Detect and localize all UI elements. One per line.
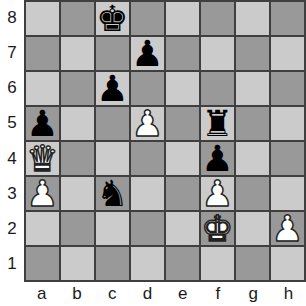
file-label-a: a [24, 281, 59, 306]
square-e8[interactable] [166, 2, 199, 35]
square-g4[interactable] [236, 142, 269, 175]
white-king[interactable]: ♚ [201, 212, 233, 245]
square-a2[interactable] [26, 212, 59, 245]
square-e7[interactable] [166, 37, 199, 70]
square-d1[interactable] [131, 247, 164, 280]
square-f7[interactable] [201, 37, 234, 70]
square-c4[interactable] [96, 142, 129, 175]
square-e2[interactable] [166, 212, 199, 245]
square-f3[interactable]: ♟ [201, 177, 234, 210]
square-b7[interactable] [61, 37, 94, 70]
square-h3[interactable] [271, 177, 304, 210]
chess-board: ♚♟♟♟♟♜♛♟♟♞♟♚♟ [24, 0, 306, 282]
square-d3[interactable] [131, 177, 164, 210]
square-h8[interactable] [271, 2, 304, 35]
square-e5[interactable] [166, 107, 199, 140]
square-b8[interactable] [61, 2, 94, 35]
file-label-b: b [59, 281, 94, 306]
square-d5[interactable]: ♟ [131, 107, 164, 140]
square-d2[interactable] [131, 212, 164, 245]
square-h6[interactable] [271, 72, 304, 105]
square-c3[interactable]: ♞ [96, 177, 129, 210]
square-a8[interactable] [26, 2, 59, 35]
square-f6[interactable] [201, 72, 234, 105]
square-g1[interactable] [236, 247, 269, 280]
square-a4[interactable]: ♛ [26, 142, 59, 175]
black-knight[interactable]: ♞ [96, 177, 128, 210]
square-b4[interactable] [61, 142, 94, 175]
square-b2[interactable] [61, 212, 94, 245]
square-f2[interactable]: ♚ [201, 212, 234, 245]
square-e4[interactable] [166, 142, 199, 175]
black-king[interactable]: ♚ [96, 2, 128, 35]
square-g5[interactable] [236, 107, 269, 140]
file-label-e: e [165, 281, 200, 306]
black-pawn[interactable]: ♟ [201, 142, 233, 175]
file-label-d: d [130, 281, 165, 306]
square-b1[interactable] [61, 247, 94, 280]
square-h5[interactable] [271, 107, 304, 140]
square-f5[interactable]: ♜ [201, 107, 234, 140]
file-label-g: g [236, 281, 271, 306]
square-d8[interactable] [131, 2, 164, 35]
square-g3[interactable] [236, 177, 269, 210]
rank-label-2: 2 [0, 212, 24, 247]
file-label-f: f [200, 281, 235, 306]
square-e3[interactable] [166, 177, 199, 210]
square-a3[interactable]: ♟ [26, 177, 59, 210]
rank-label-5: 5 [0, 106, 24, 141]
rank-label-3: 3 [0, 176, 24, 211]
black-rook[interactable]: ♜ [201, 107, 233, 140]
chess-diagram: 87654321 ♚♟♟♟♟♜♛♟♟♞♟♚♟ abcdefgh [0, 0, 306, 306]
square-a7[interactable] [26, 37, 59, 70]
square-c8[interactable]: ♚ [96, 2, 129, 35]
square-f8[interactable] [201, 2, 234, 35]
white-queen[interactable]: ♛ [26, 142, 58, 175]
square-d7[interactable]: ♟ [131, 37, 164, 70]
white-pawn[interactable]: ♟ [271, 212, 303, 245]
square-h2[interactable]: ♟ [271, 212, 304, 245]
black-pawn[interactable]: ♟ [131, 37, 163, 70]
square-b6[interactable] [61, 72, 94, 105]
file-labels: abcdefgh [24, 281, 306, 306]
white-pawn[interactable]: ♟ [26, 177, 58, 210]
square-h4[interactable] [271, 142, 304, 175]
rank-label-4: 4 [0, 141, 24, 176]
square-g7[interactable] [236, 37, 269, 70]
file-label-c: c [95, 281, 130, 306]
square-c2[interactable] [96, 212, 129, 245]
square-c6[interactable]: ♟ [96, 72, 129, 105]
white-pawn[interactable]: ♟ [201, 177, 233, 210]
square-b3[interactable] [61, 177, 94, 210]
rank-label-8: 8 [0, 0, 24, 35]
square-g2[interactable] [236, 212, 269, 245]
rank-label-6: 6 [0, 71, 24, 106]
square-d6[interactable] [131, 72, 164, 105]
square-f1[interactable] [201, 247, 234, 280]
black-pawn[interactable]: ♟ [96, 72, 128, 105]
square-b5[interactable] [61, 107, 94, 140]
file-label-h: h [271, 281, 306, 306]
square-a1[interactable] [26, 247, 59, 280]
square-e6[interactable] [166, 72, 199, 105]
rank-label-7: 7 [0, 35, 24, 70]
square-h1[interactable] [271, 247, 304, 280]
square-e1[interactable] [166, 247, 199, 280]
square-c7[interactable] [96, 37, 129, 70]
square-g6[interactable] [236, 72, 269, 105]
square-h7[interactable] [271, 37, 304, 70]
square-c5[interactable] [96, 107, 129, 140]
rank-label-1: 1 [0, 247, 24, 282]
square-f4[interactable]: ♟ [201, 142, 234, 175]
square-a5[interactable]: ♟ [26, 107, 59, 140]
square-c1[interactable] [96, 247, 129, 280]
rank-labels: 87654321 [0, 0, 24, 282]
black-pawn[interactable]: ♟ [26, 107, 58, 140]
square-d4[interactable] [131, 142, 164, 175]
square-g8[interactable] [236, 2, 269, 35]
square-a6[interactable] [26, 72, 59, 105]
white-pawn[interactable]: ♟ [131, 107, 163, 140]
